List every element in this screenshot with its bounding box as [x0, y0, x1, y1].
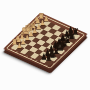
chess-board: ABCDEFGH 12345678	[3, 12, 88, 70]
chess-set-photo: ABCDEFGH 12345678 ♜♟♟♜♞♟♟♞♝♟♟♝♛♟♟♛♚♟♟♚♝♟…	[0, 0, 90, 90]
